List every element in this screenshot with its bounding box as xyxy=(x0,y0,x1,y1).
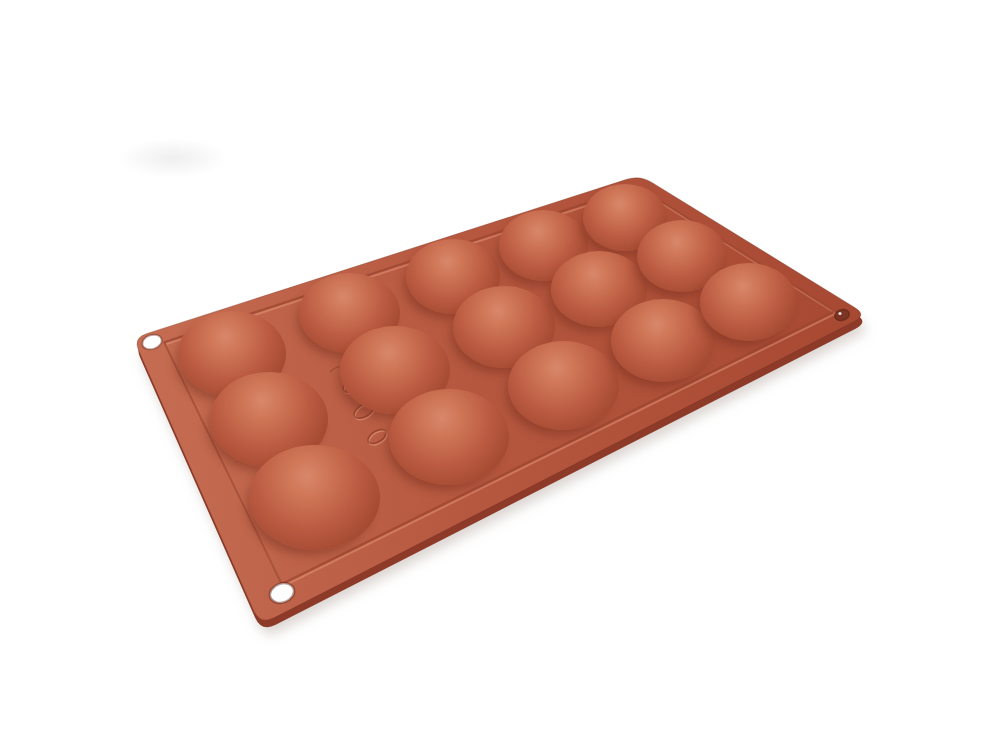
mold-cavity-dome-r3c1 xyxy=(249,445,380,550)
hang-hole-right-glint xyxy=(838,312,841,315)
photo-stage xyxy=(0,0,1000,750)
mold-cavity-dome-r3c4 xyxy=(611,299,715,382)
silicone-mold xyxy=(0,0,1000,750)
mold-cavity-dome-r3c2 xyxy=(389,389,509,485)
mold-cavity-dome-r3c5 xyxy=(700,263,797,341)
mold-cavity-dome-r3c3 xyxy=(508,341,619,430)
